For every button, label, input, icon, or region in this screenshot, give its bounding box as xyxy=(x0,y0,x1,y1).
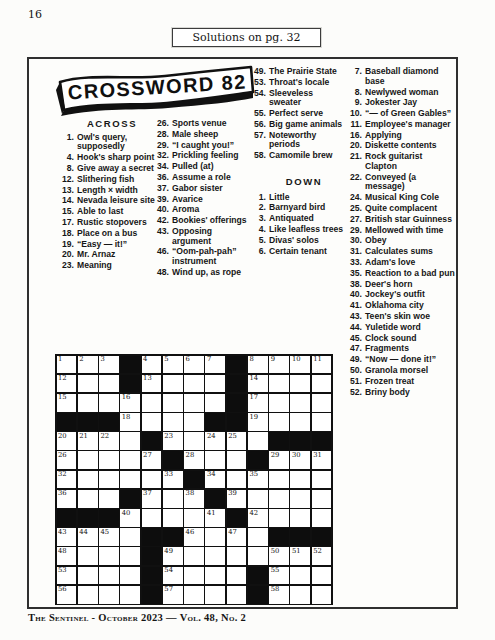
cell-r4c12[interactable] xyxy=(290,413,310,431)
clue: 15.Able to last xyxy=(59,207,155,217)
cell-r2c10[interactable]: 14 xyxy=(248,375,268,393)
cell-r9c4[interactable]: 40 xyxy=(120,509,140,527)
clue: 54.Sleeveless sweater xyxy=(251,89,347,108)
cell-r12c4[interactable] xyxy=(120,567,140,585)
clue-text: Quite complacent xyxy=(365,204,456,214)
cell-r13c4[interactable] xyxy=(120,586,140,604)
clue-text: Length × width xyxy=(77,186,155,196)
cell-r3c2[interactable] xyxy=(78,394,98,412)
black-cell xyxy=(120,375,140,393)
clue-text: Perfect serve xyxy=(269,109,347,119)
clue-number: 16. xyxy=(347,131,365,141)
cell-r4c5[interactable] xyxy=(142,413,162,431)
cell-number: 44 xyxy=(79,529,88,536)
cell-r11c6[interactable]: 49 xyxy=(163,547,183,565)
cell-r6c12[interactable]: 30 xyxy=(290,451,310,469)
cell-r8c10[interactable] xyxy=(248,490,268,508)
clue-number: 5. xyxy=(251,236,269,246)
black-cell xyxy=(163,451,183,469)
clue-column-1: ACROSS1.Owl's query, supposedly4.Hook's … xyxy=(59,119,155,272)
clue-number: 4. xyxy=(59,153,77,163)
clue-number: 56. xyxy=(251,120,269,130)
cell-r10c2[interactable]: 44 xyxy=(78,528,98,546)
clue-number: 40. xyxy=(154,205,172,215)
cell-r7c1[interactable]: 32 xyxy=(57,471,77,489)
clue: 7.Baseball diamond base xyxy=(347,67,456,86)
cell-r7c2[interactable] xyxy=(78,471,98,489)
clue-number: 31. xyxy=(347,247,365,257)
clue: 43.Teen's skin woe xyxy=(347,312,456,322)
clue-number: 1. xyxy=(59,133,77,152)
cell-r7c12[interactable] xyxy=(290,471,310,489)
cell-r4c10[interactable]: 19 xyxy=(248,413,268,431)
clue-number: 38. xyxy=(347,280,365,290)
cell-r5c8[interactable]: 24 xyxy=(205,432,225,450)
cell-number: 4 xyxy=(143,356,147,363)
cell-r8c1[interactable]: 36 xyxy=(57,490,77,508)
cell-r12c13[interactable] xyxy=(312,567,332,585)
cell-number: 7 xyxy=(207,356,211,363)
cell-r10c7[interactable]: 46 xyxy=(184,528,204,546)
clue-number: 8. xyxy=(347,88,365,98)
clue-text: Reaction to a bad pun xyxy=(365,269,456,279)
clue-number: 18. xyxy=(59,229,77,239)
clue: 14.Nevada leisure site xyxy=(59,196,155,206)
cell-number: 48 xyxy=(58,548,67,555)
cell-r2c7[interactable] xyxy=(184,375,204,393)
cell-r5c9[interactable]: 25 xyxy=(227,432,247,450)
cell-number: 45 xyxy=(101,529,110,536)
clue-number: 49. xyxy=(347,355,365,365)
cell-number: 9 xyxy=(271,356,275,363)
clue-text: Gabor sister xyxy=(172,184,249,194)
cell-number: 16 xyxy=(122,394,131,401)
clue-text: British star Guinness xyxy=(365,215,456,225)
cell-number: 54 xyxy=(164,567,173,574)
clue: 46.“Oom-pah-pah” instrument xyxy=(154,247,249,266)
black-cell xyxy=(248,567,268,585)
cell-number: 42 xyxy=(249,510,258,517)
clue-number: 26. xyxy=(154,119,172,129)
cell-r11c8[interactable] xyxy=(205,547,225,565)
cell-r6c1[interactable]: 26 xyxy=(57,451,77,469)
black-cell xyxy=(142,528,162,546)
cell-r2c1[interactable]: 12 xyxy=(57,375,77,393)
clue: 11.Employee's manager xyxy=(347,120,456,130)
cell-r1c8[interactable]: 7 xyxy=(205,356,225,374)
cell-r3c12[interactable] xyxy=(290,394,310,412)
cell-r5c7[interactable] xyxy=(184,432,204,450)
cell-r5c2[interactable]: 21 xyxy=(78,432,98,450)
clue-text: Pulled (at) xyxy=(172,162,249,172)
clue-number: 25. xyxy=(347,204,365,214)
cell-r12c1[interactable]: 53 xyxy=(57,567,77,585)
cell-number: 8 xyxy=(249,356,253,363)
clue-text: Musical King Cole xyxy=(365,193,456,203)
cell-r13c2[interactable] xyxy=(78,586,98,604)
clue-text: Mr. Arnaz xyxy=(77,250,155,260)
cell-r9c8[interactable]: 41 xyxy=(205,509,225,527)
cell-r3c1[interactable]: 15 xyxy=(57,394,77,412)
clue: 19.“Easy — it!” xyxy=(59,240,155,250)
cell-r2c8[interactable] xyxy=(205,375,225,393)
cell-r13c6[interactable]: 57 xyxy=(163,586,183,604)
clue: 2.Barnyard bird xyxy=(251,203,347,213)
cell-r12c11[interactable]: 55 xyxy=(269,567,289,585)
cell-r8c3[interactable] xyxy=(99,490,119,508)
cell-r7c6[interactable]: 33 xyxy=(163,471,183,489)
cell-r6c5[interactable]: 27 xyxy=(142,451,162,469)
cell-number: 27 xyxy=(143,452,152,459)
clue-text: Like leafless trees xyxy=(269,225,347,235)
clue: 31.Calculates sums xyxy=(347,247,456,257)
cell-r7c11[interactable] xyxy=(269,471,289,489)
clue: 42.Bookies' offerings xyxy=(154,216,249,226)
clue-text: “Easy — it!” xyxy=(77,240,155,250)
clue-number: 27. xyxy=(347,215,365,225)
cell-r2c3[interactable] xyxy=(99,375,119,393)
footer: The Sentinel - October 2023 — Vol. 48, N… xyxy=(28,612,246,623)
clue-number: 32. xyxy=(154,151,172,161)
cell-r13c3[interactable] xyxy=(99,586,119,604)
cell-r6c3[interactable] xyxy=(99,451,119,469)
cell-r12c12[interactable] xyxy=(290,567,310,585)
cell-r11c2[interactable] xyxy=(78,547,98,565)
clue-number: 40. xyxy=(347,290,365,300)
clue: 43.Opposing argument xyxy=(154,227,249,246)
cell-r11c1[interactable]: 48 xyxy=(57,547,77,565)
black-cell xyxy=(248,451,268,469)
cell-r6c9[interactable] xyxy=(227,451,247,469)
cell-number: 15 xyxy=(58,394,67,401)
clue-text: Slithering fish xyxy=(77,175,155,185)
clue-text: Rock guitarist Clapton xyxy=(365,152,456,171)
cell-r3c10[interactable]: 17 xyxy=(248,394,268,412)
cell-number: 32 xyxy=(58,471,67,478)
cell-r13c13[interactable] xyxy=(312,586,332,604)
cell-r2c2[interactable] xyxy=(78,375,98,393)
cell-r13c9[interactable] xyxy=(227,586,247,604)
black-cell xyxy=(142,432,162,450)
black-cell xyxy=(163,528,183,546)
cell-r2c12[interactable] xyxy=(290,375,310,393)
black-cell xyxy=(312,528,332,546)
cell-r1c11[interactable]: 9 xyxy=(269,356,289,374)
black-cell xyxy=(205,413,225,431)
clue: 18.Place on a bus xyxy=(59,229,155,239)
clue-number: 44. xyxy=(347,323,365,333)
cell-r8c11[interactable] xyxy=(269,490,289,508)
clue-number: 35. xyxy=(347,269,365,279)
cell-r5c1[interactable]: 20 xyxy=(57,432,77,450)
cell-number: 10 xyxy=(292,356,301,363)
clue: 45.Clock sound xyxy=(347,334,456,344)
cell-r1c12[interactable]: 10 xyxy=(290,356,310,374)
clue-text: “— of Green Gables” xyxy=(365,109,456,119)
cell-r8c2[interactable] xyxy=(78,490,98,508)
clue-text: Noteworthy periods xyxy=(269,131,347,150)
clue-text: Little xyxy=(269,193,347,203)
clue-text: “Now — done it!” xyxy=(365,355,456,365)
cell-r11c11[interactable]: 50 xyxy=(269,547,289,565)
cell-r6c2[interactable] xyxy=(78,451,98,469)
clue-text: Teen's skin woe xyxy=(365,312,456,322)
black-cell xyxy=(227,394,247,412)
clue: 35.Reaction to a bad pun xyxy=(347,269,456,279)
cell-r8c13[interactable] xyxy=(312,490,332,508)
clue-number: 10. xyxy=(347,109,365,119)
cell-r1c13[interactable]: 11 xyxy=(312,356,332,374)
cell-r5c3[interactable]: 22 xyxy=(99,432,119,450)
cell-r6c8[interactable] xyxy=(205,451,225,469)
cell-number: 24 xyxy=(207,433,216,440)
clue-number: 36. xyxy=(154,173,172,183)
clue-number: 34. xyxy=(154,162,172,172)
cell-r3c8[interactable] xyxy=(205,394,225,412)
clue-number: 37. xyxy=(154,184,172,194)
cell-r7c4[interactable] xyxy=(120,471,140,489)
cell-number: 46 xyxy=(186,529,195,536)
cell-number: 30 xyxy=(292,452,301,459)
cell-r10c10[interactable] xyxy=(248,528,268,546)
cell-r3c4[interactable]: 16 xyxy=(120,394,140,412)
cell-r11c4[interactable] xyxy=(120,547,140,565)
clue-text: Hook's sharp point xyxy=(77,153,155,163)
clue-text: Give away a secret xyxy=(77,164,155,174)
clue: 29.“I caught you!” xyxy=(154,141,249,151)
black-cell xyxy=(227,375,247,393)
cell-r3c5[interactable] xyxy=(142,394,162,412)
clue-text: Assume a role xyxy=(172,173,249,183)
clue-text: Yuletide word xyxy=(365,323,456,333)
cell-r11c10[interactable] xyxy=(248,547,268,565)
cell-r5c6[interactable]: 23 xyxy=(163,432,183,450)
cell-r1c6[interactable]: 5 xyxy=(163,356,183,374)
clue: 50.Granola morsel xyxy=(347,366,456,376)
cell-r11c13[interactable]: 52 xyxy=(312,547,332,565)
cell-r9c11[interactable] xyxy=(269,509,289,527)
clue-text: Antiquated xyxy=(269,214,347,224)
cell-r7c10[interactable]: 35 xyxy=(248,471,268,489)
cell-r1c5[interactable]: 4 xyxy=(142,356,162,374)
cell-number: 11 xyxy=(313,356,322,363)
cell-r9c13[interactable] xyxy=(312,509,332,527)
black-cell xyxy=(290,528,310,546)
black-cell xyxy=(142,567,162,585)
clue-number: 52. xyxy=(347,388,365,398)
cell-r8c12[interactable] xyxy=(290,490,310,508)
cell-r10c1[interactable]: 43 xyxy=(57,528,77,546)
black-cell xyxy=(120,490,140,508)
cell-number: 31 xyxy=(313,452,322,459)
cell-r7c9[interactable] xyxy=(227,471,247,489)
cell-r10c3[interactable]: 45 xyxy=(99,528,119,546)
cell-r12c7[interactable] xyxy=(184,567,204,585)
black-cell xyxy=(78,509,98,527)
cell-r2c11[interactable] xyxy=(269,375,289,393)
clue-text: Able to last xyxy=(77,207,155,217)
cell-r3c11[interactable] xyxy=(269,394,289,412)
cell-r12c6[interactable]: 54 xyxy=(163,567,183,585)
clue-number: 42. xyxy=(154,216,172,226)
clue-text: Opposing argument xyxy=(172,227,249,246)
black-cell xyxy=(227,509,247,527)
clue-text: Bookies' offerings xyxy=(172,216,249,226)
cell-r7c8[interactable]: 34 xyxy=(205,471,225,489)
cell-r8c9[interactable]: 39 xyxy=(227,490,247,508)
cell-r11c3[interactable] xyxy=(99,547,119,565)
cell-r9c10[interactable]: 42 xyxy=(248,509,268,527)
cell-r2c5[interactable]: 13 xyxy=(142,375,162,393)
cell-r12c8[interactable] xyxy=(205,567,225,585)
cell-r3c6[interactable] xyxy=(163,394,183,412)
cell-r4c13[interactable] xyxy=(312,413,332,431)
cell-number: 36 xyxy=(58,490,67,497)
clue-number: 43. xyxy=(154,227,172,246)
clue: 10.“— of Green Gables” xyxy=(347,109,456,119)
clue-number: 24. xyxy=(347,193,365,203)
black-cell xyxy=(184,471,204,489)
cell-r13c1[interactable]: 56 xyxy=(57,586,77,604)
clue: 8.Give away a secret xyxy=(59,164,155,174)
clue: 16.Applying xyxy=(347,131,456,141)
clue-number: 30. xyxy=(347,236,365,246)
clue-text: Throat's locale xyxy=(269,78,347,88)
cell-r5c10[interactable] xyxy=(248,432,268,450)
cell-number: 38 xyxy=(186,490,195,497)
cell-r2c13[interactable] xyxy=(312,375,332,393)
cell-r8c6[interactable] xyxy=(163,490,183,508)
cell-r4c7[interactable] xyxy=(184,413,204,431)
cell-r13c11[interactable]: 58 xyxy=(269,586,289,604)
cell-r12c9[interactable] xyxy=(227,567,247,585)
clue: 51.Frozen treat xyxy=(347,377,456,387)
cell-r8c5[interactable]: 37 xyxy=(142,490,162,508)
clue-column-4: 7.Baseball diamond base8.Newlywed woman9… xyxy=(347,67,456,398)
cell-r3c3[interactable] xyxy=(99,394,119,412)
clue-number: 1. xyxy=(251,193,269,203)
clue-number: 48. xyxy=(154,268,172,278)
clue: 3.Antiquated xyxy=(251,214,347,224)
cell-r1c3[interactable]: 3 xyxy=(99,356,119,374)
cell-r12c3[interactable] xyxy=(99,567,119,585)
clue-text: The Prairie State xyxy=(269,67,347,77)
cell-r1c10[interactable]: 8 xyxy=(248,356,268,374)
cell-r6c4[interactable] xyxy=(120,451,140,469)
clue-text: Adam's love xyxy=(365,258,456,268)
cell-r5c4[interactable] xyxy=(120,432,140,450)
cell-r8c7[interactable]: 38 xyxy=(184,490,204,508)
cell-r11c12[interactable]: 51 xyxy=(290,547,310,565)
black-cell xyxy=(78,413,98,431)
cell-r4c4[interactable]: 18 xyxy=(120,413,140,431)
clue: 41.Oklahoma city xyxy=(347,301,456,311)
cell-r9c5[interactable] xyxy=(142,509,162,527)
cell-r13c12[interactable] xyxy=(290,586,310,604)
cell-r10c9[interactable]: 47 xyxy=(227,528,247,546)
clue-number: 29. xyxy=(347,226,365,236)
puzzle-box: CROSSWORD 82 ACROSS1.Owl's query, suppos… xyxy=(27,57,458,609)
clue-number: 14. xyxy=(59,196,77,206)
cell-r11c7[interactable] xyxy=(184,547,204,565)
cell-number: 55 xyxy=(271,567,280,574)
cell-r2c6[interactable] xyxy=(163,375,183,393)
crossword-grid: 1234567891011121314151617181920212223242… xyxy=(55,354,333,605)
cell-r7c13[interactable] xyxy=(312,471,332,489)
cell-number: 56 xyxy=(58,586,67,593)
clue: 25.Quite complacent xyxy=(347,204,456,214)
clue-number: 53. xyxy=(251,78,269,88)
cell-r10c4[interactable] xyxy=(120,528,140,546)
cell-r1c2[interactable]: 2 xyxy=(78,356,98,374)
clue-text: Divas' solos xyxy=(269,236,347,246)
cell-r10c8[interactable] xyxy=(205,528,225,546)
cell-number: 17 xyxy=(249,394,258,401)
cell-number: 33 xyxy=(164,471,173,478)
black-cell xyxy=(99,509,119,527)
clue-text: Certain tenant xyxy=(269,247,347,257)
cell-r12c2[interactable] xyxy=(78,567,98,585)
cell-number: 23 xyxy=(164,433,173,440)
cell-r7c5[interactable] xyxy=(142,471,162,489)
clue-number: 8. xyxy=(59,164,77,174)
clue-number: 15. xyxy=(59,207,77,217)
clue: 13.Length × width xyxy=(59,186,155,196)
clue-text: Diskette contents xyxy=(365,141,456,151)
cell-r6c13[interactable]: 31 xyxy=(312,451,332,469)
clue: 9.Jokester Jay xyxy=(347,98,456,108)
clue-text: Meaning xyxy=(77,261,155,271)
cell-r3c13[interactable] xyxy=(312,394,332,412)
clue: 21.Rock guitarist Clapton xyxy=(347,152,456,171)
clue-text: Camomile brew xyxy=(269,151,347,161)
clue-column-3: 49.The Prairie State53.Throat's locale54… xyxy=(251,67,347,257)
clues-heading-across: ACROSS xyxy=(69,119,155,129)
cell-r1c1[interactable]: 1 xyxy=(57,356,77,374)
cell-number: 58 xyxy=(271,586,280,593)
clue-text: Big game animals xyxy=(269,120,347,130)
clue: 34.Pulled (at) xyxy=(154,162,249,172)
clue-text: Applying xyxy=(365,131,456,141)
cell-r9c12[interactable] xyxy=(290,509,310,527)
clue: 27.British star Guinness xyxy=(347,215,456,225)
clue: 1.Little xyxy=(251,193,347,203)
cell-r6c7[interactable]: 28 xyxy=(184,451,204,469)
cell-r13c8[interactable] xyxy=(205,586,225,604)
cell-r1c7[interactable]: 6 xyxy=(184,356,204,374)
cell-r7c3[interactable] xyxy=(99,471,119,489)
clue-text: Employee's manager xyxy=(365,120,456,130)
clue: 4.Hook's sharp point xyxy=(59,153,155,163)
cell-r6c11[interactable]: 29 xyxy=(269,451,289,469)
clue-number: 51. xyxy=(347,377,365,387)
cell-r3c7[interactable] xyxy=(184,394,204,412)
cell-r13c7[interactable] xyxy=(184,586,204,604)
black-cell xyxy=(269,528,289,546)
cell-number: 20 xyxy=(58,433,67,440)
cell-r11c9[interactable] xyxy=(227,547,247,565)
cell-r9c7[interactable] xyxy=(184,509,204,527)
clue-number: 3. xyxy=(251,214,269,224)
cell-r4c11[interactable] xyxy=(269,413,289,431)
black-cell xyxy=(57,413,77,431)
cell-r4c6[interactable] xyxy=(163,413,183,431)
clue: 52.Briny body xyxy=(347,388,456,398)
clue: 48.Wind up, as rope xyxy=(154,268,249,278)
black-cell xyxy=(312,432,332,450)
clue-number: 22. xyxy=(347,173,365,192)
cell-r9c6[interactable] xyxy=(163,509,183,527)
